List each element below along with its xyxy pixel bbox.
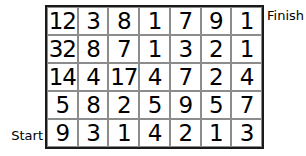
grid-cell[interactable]: 2 <box>170 119 201 147</box>
grid-cell[interactable]: 12 <box>47 7 78 35</box>
grid-cell[interactable]: 1 <box>139 35 170 63</box>
grid-cell[interactable]: 1 <box>108 119 139 147</box>
grid-cell[interactable]: 1 <box>201 119 232 147</box>
grid-cell[interactable]: 1 <box>231 7 262 35</box>
grid-cell[interactable]: 7 <box>108 35 139 63</box>
number-grid: 123817913287132114417472458259579314213 <box>45 5 264 149</box>
grid-cell[interactable]: 1 <box>139 7 170 35</box>
grid-cell[interactable]: 5 <box>47 91 78 119</box>
grid-cell[interactable]: 7 <box>170 63 201 91</box>
grid-cell[interactable]: 32 <box>47 35 78 63</box>
grid-cell[interactable]: 9 <box>170 91 201 119</box>
grid-cell[interactable]: 3 <box>231 119 262 147</box>
grid-cell[interactable]: 4 <box>139 63 170 91</box>
grid-cell[interactable]: 8 <box>78 35 109 63</box>
grid-cell[interactable]: 4 <box>78 63 109 91</box>
grid-cell[interactable]: 8 <box>78 91 109 119</box>
grid-cell[interactable]: 2 <box>201 63 232 91</box>
finish-label: Finish <box>267 9 304 22</box>
grid-cell[interactable]: 2 <box>201 35 232 63</box>
grid-cell[interactable]: 3 <box>78 7 109 35</box>
grid-cell[interactable]: 5 <box>201 91 232 119</box>
number-maze-worksheet: Start 1238179132871321144174724582595793… <box>0 0 306 156</box>
grid-cell[interactable]: 7 <box>170 7 201 35</box>
grid-cell[interactable]: 9 <box>47 119 78 147</box>
grid-cell[interactable]: 4 <box>231 63 262 91</box>
grid-cell[interactable]: 4 <box>139 119 170 147</box>
grid-cell[interactable]: 8 <box>108 7 139 35</box>
grid-cell[interactable]: 1 <box>231 35 262 63</box>
grid-cell[interactable]: 3 <box>78 119 109 147</box>
grid-cell[interactable]: 17 <box>108 63 139 91</box>
grid-cell[interactable]: 14 <box>47 63 78 91</box>
start-label: Start <box>2 129 43 142</box>
grid-cell[interactable]: 9 <box>201 7 232 35</box>
grid-cell[interactable]: 5 <box>139 91 170 119</box>
grid-cell[interactable]: 7 <box>231 91 262 119</box>
grid-cell[interactable]: 2 <box>108 91 139 119</box>
grid-cell[interactable]: 3 <box>170 35 201 63</box>
